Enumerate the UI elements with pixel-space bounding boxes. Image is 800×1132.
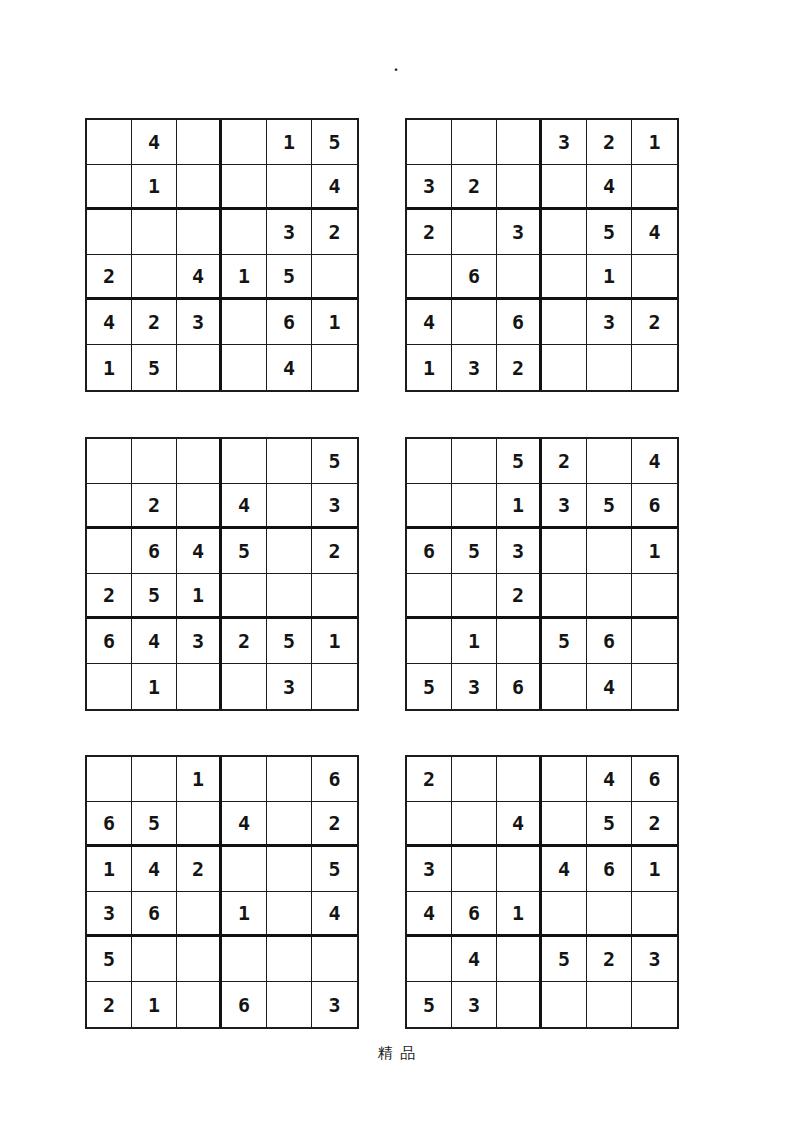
sudoku-cell-empty [177, 802, 222, 847]
sudoku-cell-given: 4 [222, 484, 267, 529]
sudoku-cell-empty [542, 802, 587, 847]
sudoku-cell-given: 2 [87, 982, 132, 1027]
sudoku-cell-given: 6 [497, 300, 542, 345]
sudoku-cell-given: 2 [497, 345, 542, 390]
sudoku-cell-empty [497, 120, 542, 165]
sudoku-cell-empty [407, 937, 452, 982]
sudoku-cell-given: 1 [407, 345, 452, 390]
sudoku-cell-given: 1 [497, 892, 542, 937]
sudoku-cell-given: 6 [87, 802, 132, 847]
sudoku-cell-given: 5 [87, 937, 132, 982]
sudoku-cell-empty [132, 937, 177, 982]
sudoku-cell-given: 1 [632, 847, 677, 892]
sudoku-cell-empty [222, 345, 267, 390]
sudoku-cell-given: 1 [452, 619, 497, 664]
sudoku-cell-given: 6 [132, 529, 177, 574]
sudoku-cell-given: 2 [587, 937, 632, 982]
sudoku-cell-empty [87, 484, 132, 529]
sudoku-board-5: 1665421425361452163 [85, 755, 359, 1029]
sudoku-cell-empty [407, 802, 452, 847]
sudoku-cell-empty [267, 529, 312, 574]
sudoku-cell-given: 2 [132, 300, 177, 345]
sudoku-cell-empty [407, 484, 452, 529]
sudoku-cell-given: 3 [452, 982, 497, 1027]
sudoku-cell-given: 5 [312, 847, 357, 892]
sudoku-cell-given: 1 [132, 982, 177, 1027]
sudoku-cell-given: 6 [632, 484, 677, 529]
sudoku-cell-empty [632, 619, 677, 664]
sudoku-cell-empty [312, 255, 357, 300]
sudoku-cell-given: 5 [132, 574, 177, 619]
sudoku-cell-given: 1 [632, 529, 677, 574]
sudoku-cell-empty [452, 300, 497, 345]
sudoku-cell-empty [177, 937, 222, 982]
sudoku-cell-empty [267, 757, 312, 802]
sudoku-cell-empty [452, 574, 497, 619]
sudoku-cell-empty [222, 439, 267, 484]
sudoku-cell-given: 3 [542, 120, 587, 165]
sudoku-cell-given: 2 [452, 165, 497, 210]
footer-watermark: 精品 [0, 1044, 800, 1063]
sudoku-cell-given: 4 [587, 664, 632, 709]
sudoku-cell-given: 2 [312, 210, 357, 255]
sudoku-cell-given: 3 [452, 345, 497, 390]
sudoku-cell-empty [542, 757, 587, 802]
sudoku-cell-empty [267, 802, 312, 847]
sudoku-board-3: 5243645225164325113 [85, 437, 359, 711]
sudoku-cell-empty [267, 892, 312, 937]
sudoku-cell-given: 1 [87, 345, 132, 390]
sudoku-cell-given: 1 [87, 847, 132, 892]
sudoku-cell-given: 5 [542, 937, 587, 982]
sudoku-cell-given: 4 [132, 120, 177, 165]
sudoku-cell-given: 4 [587, 757, 632, 802]
sudoku-cell-given: 4 [222, 802, 267, 847]
sudoku-cell-given: 4 [177, 529, 222, 574]
sudoku-cell-empty [452, 802, 497, 847]
sudoku-cell-empty [87, 664, 132, 709]
sudoku-cell-given: 6 [452, 892, 497, 937]
sudoku-cell-given: 4 [407, 300, 452, 345]
sudoku-cell-given: 4 [132, 847, 177, 892]
sudoku-cell-empty [267, 982, 312, 1027]
sudoku-cell-given: 4 [542, 847, 587, 892]
sudoku-cell-empty [87, 165, 132, 210]
sudoku-cell-given: 2 [312, 529, 357, 574]
sudoku-cell-given: 2 [587, 120, 632, 165]
sudoku-cell-given: 4 [177, 255, 222, 300]
sudoku-cell-empty [632, 574, 677, 619]
sudoku-cell-empty [452, 847, 497, 892]
sudoku-cell-given: 2 [177, 847, 222, 892]
sudoku-cell-given: 5 [132, 802, 177, 847]
sudoku-cell-empty [587, 982, 632, 1027]
sudoku-cell-empty [542, 165, 587, 210]
sudoku-cell-empty [267, 937, 312, 982]
sudoku-cell-empty [497, 847, 542, 892]
sudoku-cell-empty [177, 484, 222, 529]
sudoku-cell-given: 4 [632, 210, 677, 255]
sudoku-cell-given: 3 [497, 529, 542, 574]
sudoku-cell-given: 2 [407, 210, 452, 255]
sudoku-cell-empty [177, 345, 222, 390]
sudoku-cell-given: 3 [267, 664, 312, 709]
sudoku-cell-empty [267, 847, 312, 892]
sudoku-cell-empty [267, 165, 312, 210]
sudoku-cell-empty [132, 255, 177, 300]
sudoku-cell-given: 1 [312, 619, 357, 664]
sudoku-cell-given: 1 [267, 120, 312, 165]
sudoku-cell-given: 6 [587, 847, 632, 892]
sudoku-cell-empty [407, 619, 452, 664]
sudoku-cell-given: 5 [267, 255, 312, 300]
sudoku-cell-given: 6 [132, 892, 177, 937]
sudoku-cell-empty [542, 982, 587, 1027]
sudoku-cell-empty [542, 574, 587, 619]
sudoku-cell-given: 4 [267, 345, 312, 390]
sudoku-cell-empty [632, 255, 677, 300]
sudoku-cell-given: 2 [407, 757, 452, 802]
sudoku-cell-empty [542, 255, 587, 300]
sudoku-cell-given: 5 [542, 619, 587, 664]
sudoku-cell-empty [267, 439, 312, 484]
sudoku-cell-empty [267, 574, 312, 619]
sudoku-cell-given: 6 [222, 982, 267, 1027]
sudoku-cell-empty [542, 345, 587, 390]
sudoku-cell-empty [497, 937, 542, 982]
sudoku-cell-given: 6 [312, 757, 357, 802]
sudoku-cell-empty [87, 439, 132, 484]
sudoku-cell-empty [132, 439, 177, 484]
sudoku-cell-given: 3 [177, 619, 222, 664]
sudoku-cell-empty [542, 892, 587, 937]
sudoku-cell-given: 2 [87, 574, 132, 619]
sudoku-cell-empty [497, 619, 542, 664]
sudoku-cell-empty [452, 439, 497, 484]
sudoku-cell-given: 3 [312, 982, 357, 1027]
sudoku-cell-given: 2 [542, 439, 587, 484]
sudoku-cell-empty [587, 892, 632, 937]
sudoku-cell-empty [452, 210, 497, 255]
sudoku-cell-given: 3 [312, 484, 357, 529]
sudoku-cell-given: 5 [407, 982, 452, 1027]
sudoku-cell-given: 6 [632, 757, 677, 802]
sudoku-cell-given: 2 [632, 300, 677, 345]
sudoku-cell-given: 6 [267, 300, 312, 345]
sudoku-cell-empty [542, 300, 587, 345]
sudoku-cell-empty [312, 664, 357, 709]
sudoku-cell-given: 2 [312, 802, 357, 847]
sudoku-cell-empty [177, 120, 222, 165]
sudoku-cell-empty [407, 439, 452, 484]
sudoku-cell-empty [632, 982, 677, 1027]
sudoku-cell-empty [312, 574, 357, 619]
sudoku-cell-given: 3 [267, 210, 312, 255]
sudoku-cell-empty [407, 120, 452, 165]
sudoku-cell-empty [497, 757, 542, 802]
sudoku-cell-given: 5 [312, 120, 357, 165]
sudoku-cell-empty [632, 165, 677, 210]
sudoku-cell-given: 5 [452, 529, 497, 574]
sudoku-cell-empty [222, 300, 267, 345]
sudoku-cell-given: 3 [587, 300, 632, 345]
sudoku-cell-empty [222, 757, 267, 802]
sudoku-board-4: 5241356653121565364 [405, 437, 679, 711]
sudoku-cell-given: 5 [132, 345, 177, 390]
sudoku-cell-empty [497, 255, 542, 300]
sudoku-cell-given: 5 [587, 210, 632, 255]
sudoku-cell-given: 5 [267, 619, 312, 664]
sudoku-cell-empty [312, 345, 357, 390]
sudoku-cell-empty [87, 757, 132, 802]
sudoku-cell-empty [132, 757, 177, 802]
sudoku-cell-given: 3 [407, 847, 452, 892]
sudoku-cell-given: 2 [132, 484, 177, 529]
sudoku-cell-given: 5 [222, 529, 267, 574]
sudoku-cell-given: 6 [452, 255, 497, 300]
sudoku-cell-empty [497, 165, 542, 210]
sudoku-cell-given: 4 [132, 619, 177, 664]
sudoku-cell-empty [587, 439, 632, 484]
sudoku-cell-empty [632, 345, 677, 390]
sudoku-cell-empty [177, 664, 222, 709]
sudoku-cell-given: 2 [222, 619, 267, 664]
sudoku-cell-empty [87, 120, 132, 165]
sudoku-cell-given: 2 [87, 255, 132, 300]
sudoku-cell-empty [222, 210, 267, 255]
sudoku-cell-given: 6 [87, 619, 132, 664]
sudoku-cell-given: 1 [632, 120, 677, 165]
sudoku-cell-given: 6 [497, 664, 542, 709]
sudoku-cell-empty [222, 937, 267, 982]
sudoku-cell-given: 4 [587, 165, 632, 210]
sudoku-cell-given: 3 [452, 664, 497, 709]
sudoku-cell-given: 5 [587, 484, 632, 529]
sudoku-cell-given: 1 [497, 484, 542, 529]
sudoku-cell-given: 3 [497, 210, 542, 255]
sudoku-cell-given: 6 [407, 529, 452, 574]
sudoku-cell-given: 2 [632, 802, 677, 847]
sudoku-cell-given: 1 [177, 757, 222, 802]
sudoku-cell-given: 3 [407, 165, 452, 210]
page-top-dot: . [388, 58, 404, 74]
sudoku-cell-empty [222, 664, 267, 709]
sudoku-cell-given: 4 [312, 892, 357, 937]
sudoku-cell-empty [267, 484, 312, 529]
sudoku-cell-empty [542, 210, 587, 255]
sudoku-board-6: 2464523461461452353 [405, 755, 679, 1029]
sudoku-cell-given: 1 [587, 255, 632, 300]
sudoku-cell-given: 1 [222, 892, 267, 937]
sudoku-cell-empty [87, 210, 132, 255]
sudoku-cell-given: 3 [542, 484, 587, 529]
sudoku-cell-given: 4 [407, 892, 452, 937]
sudoku-cell-empty [632, 664, 677, 709]
sudoku-cell-given: 5 [587, 802, 632, 847]
sudoku-cell-given: 1 [132, 664, 177, 709]
sudoku-cell-given: 4 [87, 300, 132, 345]
sudoku-cell-given: 4 [497, 802, 542, 847]
sudoku-cell-empty [407, 255, 452, 300]
sudoku-cell-empty [542, 664, 587, 709]
sudoku-cell-empty [177, 892, 222, 937]
sudoku-cell-given: 3 [632, 937, 677, 982]
sudoku-cell-empty [222, 165, 267, 210]
sudoku-cell-empty [452, 757, 497, 802]
sudoku-cell-given: 4 [312, 165, 357, 210]
sudoku-cell-empty [587, 574, 632, 619]
sudoku-cell-empty [407, 574, 452, 619]
sudoku-cell-empty [452, 484, 497, 529]
sudoku-cell-given: 4 [452, 937, 497, 982]
sudoku-cell-given: 3 [87, 892, 132, 937]
sudoku-cell-given: 5 [497, 439, 542, 484]
sudoku-cell-given: 1 [177, 574, 222, 619]
sudoku-cell-empty [222, 847, 267, 892]
sudoku-cell-given: 3 [177, 300, 222, 345]
sudoku-cell-empty [312, 937, 357, 982]
sudoku-cell-empty [177, 439, 222, 484]
sudoku-cell-empty [177, 165, 222, 210]
sudoku-cell-empty [587, 345, 632, 390]
sudoku-cell-given: 5 [312, 439, 357, 484]
sudoku-cell-given: 6 [587, 619, 632, 664]
sudoku-cell-empty [87, 529, 132, 574]
sudoku-cell-given: 4 [632, 439, 677, 484]
sudoku-cell-empty [632, 892, 677, 937]
sudoku-cell-given: 1 [132, 165, 177, 210]
sudoku-cell-empty [177, 982, 222, 1027]
sudoku-cell-given: 2 [497, 574, 542, 619]
sudoku-cell-empty [222, 120, 267, 165]
sudoku-cell-empty [542, 529, 587, 574]
sudoku-cell-empty [132, 210, 177, 255]
sudoku-cell-empty [222, 574, 267, 619]
sudoku-board-1: 4151432241542361154 [85, 118, 359, 392]
sudoku-cell-empty [497, 982, 542, 1027]
sudoku-cell-empty [177, 210, 222, 255]
sudoku-cell-given: 1 [222, 255, 267, 300]
sudoku-board-2: 3213242354614632132 [405, 118, 679, 392]
sudoku-cell-given: 5 [407, 664, 452, 709]
sudoku-cell-given: 1 [312, 300, 357, 345]
sudoku-cell-empty [587, 529, 632, 574]
sudoku-cell-empty [452, 120, 497, 165]
